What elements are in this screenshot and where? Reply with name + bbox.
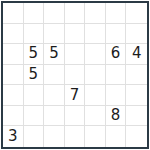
cell-r6c6[interactable]: 8	[106, 106, 127, 127]
cell-r4c1[interactable]	[3, 65, 24, 86]
cell-r5c1[interactable]	[3, 85, 24, 106]
cell-r1c5[interactable]	[85, 3, 106, 24]
cell-r7c1[interactable]: 3	[3, 126, 24, 147]
cell-r4c6[interactable]	[106, 65, 127, 86]
cell-r2c1[interactable]	[3, 24, 24, 45]
cell-r6c7[interactable]	[126, 106, 147, 127]
cell-r1c2[interactable]	[24, 3, 45, 24]
cell-r3c3[interactable]: 5	[44, 44, 65, 65]
cell-r4c5[interactable]	[85, 65, 106, 86]
cell-r2c7[interactable]	[126, 24, 147, 45]
cell-r7c5[interactable]	[85, 126, 106, 147]
cell-r7c7[interactable]	[126, 126, 147, 147]
cell-r5c7[interactable]	[126, 85, 147, 106]
cell-r2c2[interactable]	[24, 24, 45, 45]
cell-r7c2[interactable]	[24, 126, 45, 147]
cell-r1c3[interactable]	[44, 3, 65, 24]
clue-digit: 6	[111, 46, 121, 61]
cell-r5c5[interactable]	[85, 85, 106, 106]
cell-r2c3[interactable]	[44, 24, 65, 45]
clue-digit: 3	[8, 129, 18, 144]
cell-r3c2[interactable]: 5	[24, 44, 45, 65]
cell-r5c4[interactable]: 7	[65, 85, 86, 106]
cell-r5c3[interactable]	[44, 85, 65, 106]
cell-r3c5[interactable]	[85, 44, 106, 65]
cell-r7c6[interactable]	[106, 126, 127, 147]
cell-r5c2[interactable]	[24, 85, 45, 106]
cell-r2c4[interactable]	[65, 24, 86, 45]
puzzle-board: 55645783	[1, 1, 149, 149]
cell-r7c3[interactable]	[44, 126, 65, 147]
cell-r6c5[interactable]	[85, 106, 106, 127]
cell-r6c3[interactable]	[44, 106, 65, 127]
cell-r6c4[interactable]	[65, 106, 86, 127]
cell-r3c6[interactable]: 6	[106, 44, 127, 65]
cell-r3c1[interactable]	[3, 44, 24, 65]
cell-r1c7[interactable]	[126, 3, 147, 24]
cell-r1c6[interactable]	[106, 3, 127, 24]
cell-r6c1[interactable]	[3, 106, 24, 127]
clue-digit: 5	[29, 67, 39, 82]
cell-r1c1[interactable]	[3, 3, 24, 24]
cell-r2c6[interactable]	[106, 24, 127, 45]
cell-r3c7[interactable]: 4	[126, 44, 147, 65]
cell-r4c7[interactable]	[126, 65, 147, 86]
cell-r3c4[interactable]	[65, 44, 86, 65]
clue-digit: 5	[49, 46, 59, 61]
clue-digit: 5	[29, 46, 39, 61]
cell-r4c4[interactable]	[65, 65, 86, 86]
clue-digit: 4	[132, 46, 142, 61]
clue-digit: 8	[111, 108, 121, 123]
cell-r5c6[interactable]	[106, 85, 127, 106]
cell-r2c5[interactable]	[85, 24, 106, 45]
clue-digit: 7	[70, 88, 80, 103]
cell-r4c3[interactable]	[44, 65, 65, 86]
cell-r7c4[interactable]	[65, 126, 86, 147]
cell-r4c2[interactable]: 5	[24, 65, 45, 86]
cell-r6c2[interactable]	[24, 106, 45, 127]
cell-r1c4[interactable]	[65, 3, 86, 24]
